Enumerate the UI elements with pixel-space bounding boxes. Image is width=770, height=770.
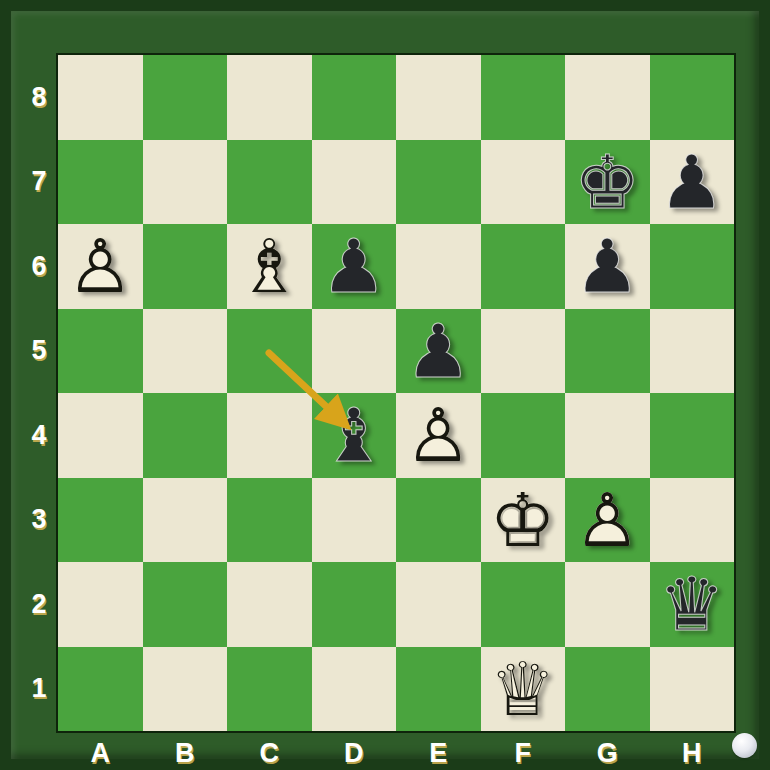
file-label-a: A [58, 735, 143, 770]
square-b8[interactable] [143, 55, 228, 140]
square-f6[interactable] [481, 224, 566, 309]
piece-black-pawn-g6[interactable]: ♟ [565, 224, 650, 309]
square-e6[interactable] [396, 224, 481, 309]
square-h1[interactable] [650, 647, 735, 732]
piece-black-pawn-d6[interactable]: ♟ [312, 224, 397, 309]
rank-label-4: 4 [22, 393, 56, 478]
chess-board-frame: ♚♟♟♙♝♗♟♟♟♝♟♙♚♔♟♙♛♛♕ 87654321 ABCDEFGH [0, 0, 770, 770]
white-to-move-ball-icon [732, 733, 757, 758]
square-a8[interactable] [58, 55, 143, 140]
square-g1[interactable] [565, 647, 650, 732]
square-a3[interactable] [58, 478, 143, 563]
square-h4[interactable] [650, 393, 735, 478]
square-h6[interactable] [650, 224, 735, 309]
square-e8[interactable] [396, 55, 481, 140]
square-h8[interactable] [650, 55, 735, 140]
piece-black-bishop-d4[interactable]: ♝ [312, 393, 397, 478]
piece-black-pawn-e5[interactable]: ♟ [396, 309, 481, 394]
square-g4[interactable] [565, 393, 650, 478]
square-e2[interactable] [396, 562, 481, 647]
square-c5[interactable] [227, 309, 312, 394]
square-b1[interactable] [143, 647, 228, 732]
piece-black-pawn-h7[interactable]: ♟ [650, 140, 735, 225]
square-b5[interactable] [143, 309, 228, 394]
square-c8[interactable] [227, 55, 312, 140]
square-f7[interactable] [481, 140, 566, 225]
rank-label-2: 2 [22, 562, 56, 647]
square-d5[interactable] [312, 309, 397, 394]
square-a2[interactable] [58, 562, 143, 647]
rank-label-7: 7 [22, 140, 56, 225]
square-g8[interactable] [565, 55, 650, 140]
square-c3[interactable] [227, 478, 312, 563]
piece-black-queen-h2[interactable]: ♛ [650, 562, 735, 647]
square-b2[interactable] [143, 562, 228, 647]
square-c7[interactable] [227, 140, 312, 225]
square-f8[interactable] [481, 55, 566, 140]
rank-label-8: 8 [22, 55, 56, 140]
square-h5[interactable] [650, 309, 735, 394]
rank-labels: 87654321 [22, 55, 56, 731]
square-d8[interactable] [312, 55, 397, 140]
file-label-f: F [481, 735, 566, 770]
rank-label-5: 5 [22, 309, 56, 394]
file-label-g: G [565, 735, 650, 770]
square-a7[interactable] [58, 140, 143, 225]
square-b6[interactable] [143, 224, 228, 309]
square-e7[interactable] [396, 140, 481, 225]
square-d3[interactable] [312, 478, 397, 563]
square-e1[interactable] [396, 647, 481, 732]
square-c1[interactable] [227, 647, 312, 732]
square-f5[interactable] [481, 309, 566, 394]
piece-white-pawn-g3[interactable]: ♟♙ [565, 478, 650, 563]
square-c4[interactable] [227, 393, 312, 478]
square-b3[interactable] [143, 478, 228, 563]
rank-label-1: 1 [22, 647, 56, 732]
file-label-b: B [143, 735, 228, 770]
square-a4[interactable] [58, 393, 143, 478]
square-d7[interactable] [312, 140, 397, 225]
square-f4[interactable] [481, 393, 566, 478]
square-b7[interactable] [143, 140, 228, 225]
square-g5[interactable] [565, 309, 650, 394]
piece-white-pawn-e4[interactable]: ♟♙ [396, 393, 481, 478]
square-e3[interactable] [396, 478, 481, 563]
file-label-d: D [312, 735, 397, 770]
piece-black-king-g7[interactable]: ♚ [565, 140, 650, 225]
square-a1[interactable] [58, 647, 143, 732]
square-a5[interactable] [58, 309, 143, 394]
square-c2[interactable] [227, 562, 312, 647]
piece-white-king-f3[interactable]: ♚♔ [481, 478, 566, 563]
square-d1[interactable] [312, 647, 397, 732]
file-label-h: H [650, 735, 735, 770]
file-labels: ABCDEFGH [58, 735, 734, 770]
rank-label-6: 6 [22, 224, 56, 309]
square-g2[interactable] [565, 562, 650, 647]
file-label-c: C [227, 735, 312, 770]
file-label-e: E [396, 735, 481, 770]
square-h3[interactable] [650, 478, 735, 563]
piece-white-pawn-a6[interactable]: ♟♙ [58, 224, 143, 309]
square-d2[interactable] [312, 562, 397, 647]
rank-label-3: 3 [22, 478, 56, 563]
piece-white-queen-f1[interactable]: ♛♕ [481, 647, 566, 732]
square-b4[interactable] [143, 393, 228, 478]
square-f2[interactable] [481, 562, 566, 647]
piece-white-bishop-c6[interactable]: ♝♗ [227, 224, 312, 309]
